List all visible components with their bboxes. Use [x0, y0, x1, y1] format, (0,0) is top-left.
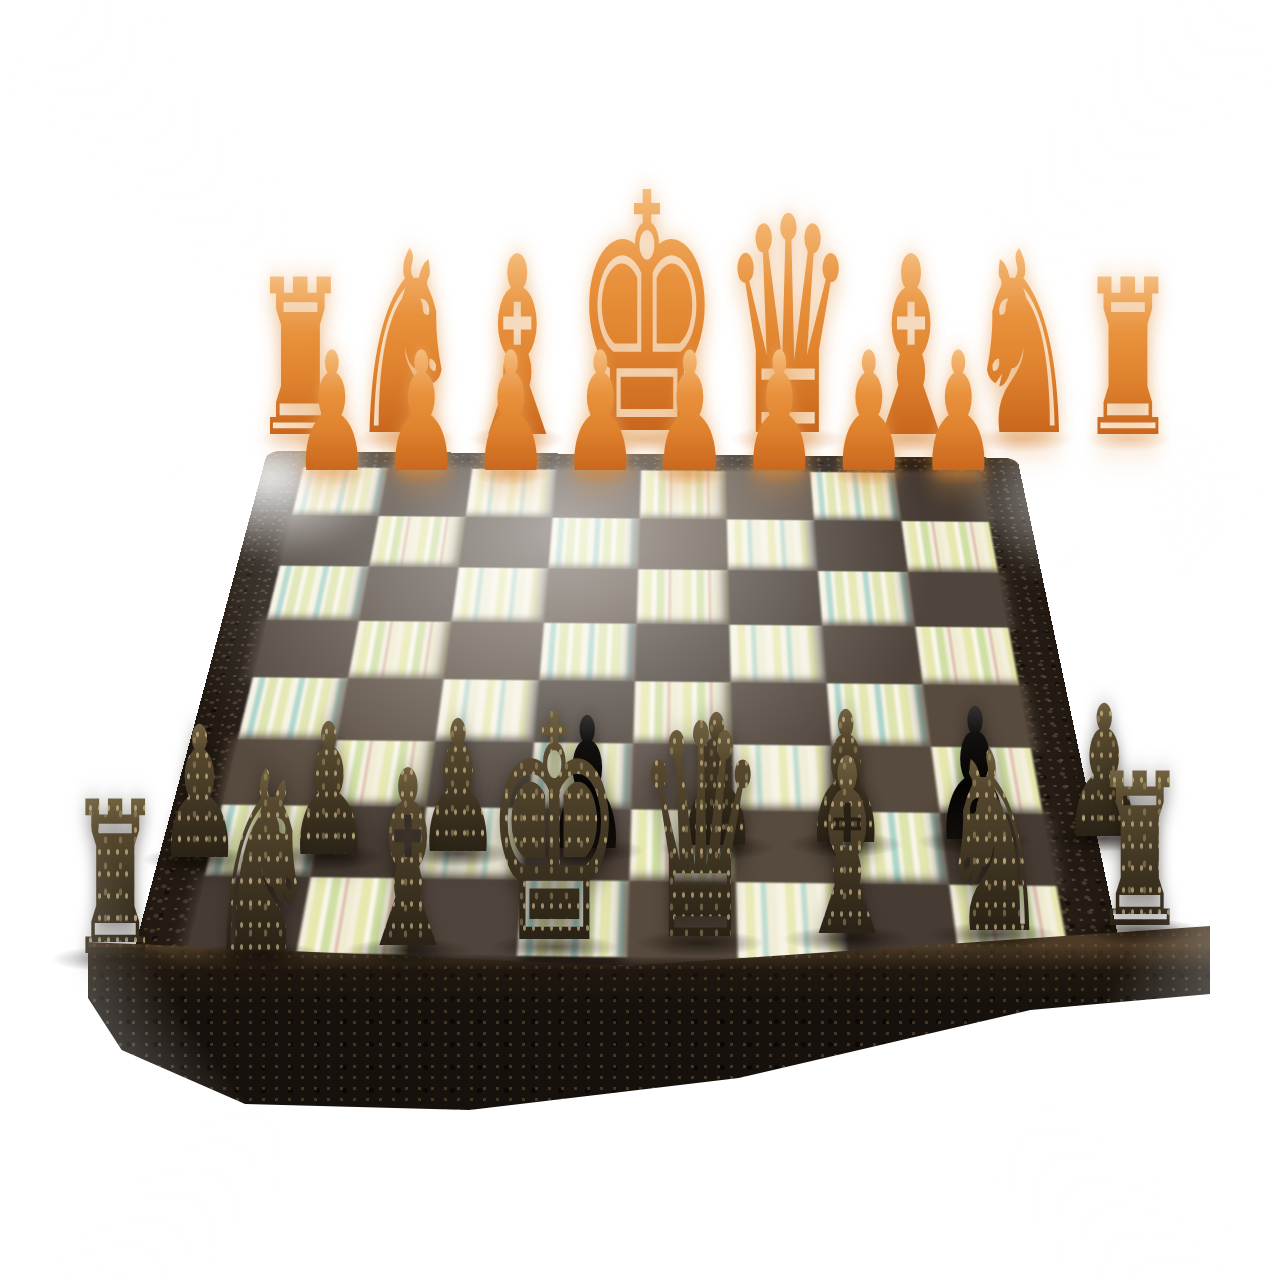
- black-back-row-slot-5: ♛: [628, 834, 774, 946]
- square-c2: [727, 519, 818, 571]
- black-rook-8[interactable]: ♜: [1092, 747, 1187, 959]
- black-back-row: ♜♞♝♚♛♝♞♜: [42, 608, 1213, 948]
- white-pawn-8[interactable]: ♟: [919, 332, 997, 497]
- white-rook-8[interactable]: ♜: [1080, 252, 1177, 468]
- white-pawn-row-slot-8: ♟: [914, 410, 1004, 476]
- white-pawn-7[interactable]: ♟: [830, 332, 908, 497]
- black-bishop-3[interactable]: ♝: [353, 739, 462, 983]
- white-pawn-2[interactable]: ♟: [382, 332, 460, 497]
- black-back-row-slot-4: ♚: [481, 831, 627, 950]
- square-d2: [638, 518, 728, 570]
- white-pawn-row-slot-5: ♟: [645, 410, 735, 476]
- square-a2: [901, 521, 998, 573]
- white-pawn-row-slot-7: ♟: [824, 410, 914, 476]
- black-back-row-slot-8: ♜: [1067, 853, 1213, 934]
- black-queen-5[interactable]: ♛: [634, 686, 767, 982]
- white-pawn-5[interactable]: ♟: [651, 332, 729, 497]
- square-b2: [814, 520, 908, 572]
- black-back-row-slot-3: ♝: [335, 861, 481, 954]
- white-back-row-slot-8: ♜: [1080, 360, 1177, 442]
- white-pawn-row-slot-6: ♟: [735, 410, 825, 476]
- black-back-row-slot-2: ♞: [188, 863, 334, 958]
- scene: ♜♞♝♚♛♝♞♜♟♟♟♟♟♟♟♟♟♟♟♟♟♟♟♟♜♞♝♚♛♝♞♜: [0, 0, 1280, 1280]
- square-h2: [280, 515, 379, 567]
- black-bishop-6[interactable]: ♝: [792, 727, 901, 971]
- white-pawn-row-slot-4: ♟: [556, 410, 646, 476]
- black-king-4[interactable]: ♚: [484, 675, 624, 987]
- black-back-row-slot-7: ♞: [920, 843, 1066, 938]
- black-knight-2[interactable]: ♞: [206, 738, 318, 988]
- white-pawn-3[interactable]: ♟: [472, 332, 550, 497]
- black-rook-1[interactable]: ♜: [68, 775, 163, 987]
- square-g2: [369, 516, 465, 568]
- black-knight-7[interactable]: ♞: [937, 718, 1049, 968]
- white-pawn-4[interactable]: ♟: [561, 332, 639, 497]
- white-pawn-row-slot-1: ♟: [287, 410, 377, 476]
- white-pawn-row-slot-2: ♟: [377, 410, 467, 476]
- square-e2: [549, 517, 640, 569]
- white-pawn-row-slot-3: ♟: [466, 410, 556, 476]
- black-back-row-slot-1: ♜: [42, 881, 188, 962]
- white-pawn-1[interactable]: ♟: [293, 332, 371, 497]
- black-back-row-slot-6: ♝: [774, 849, 920, 942]
- white-pawn-6[interactable]: ♟: [740, 332, 818, 497]
- square-f2: [459, 517, 553, 569]
